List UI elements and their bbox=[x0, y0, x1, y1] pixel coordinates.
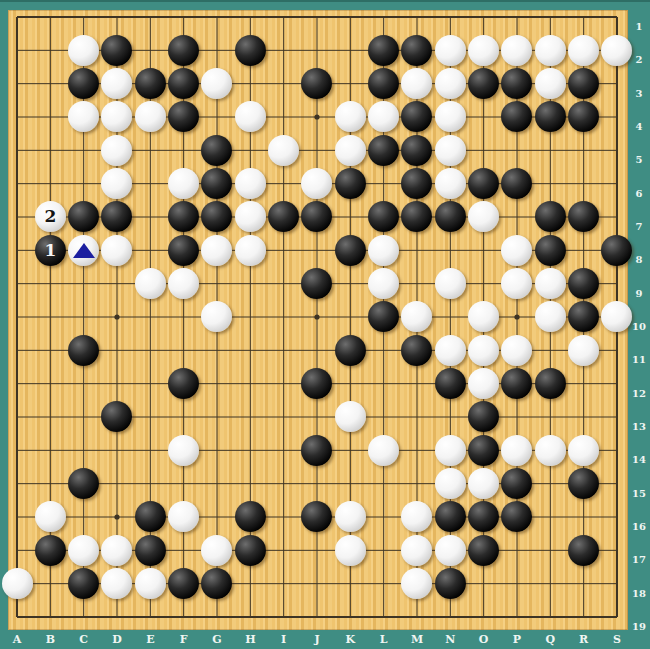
black-stone[interactable] bbox=[68, 68, 99, 99]
black-stone[interactable] bbox=[468, 68, 499, 99]
black-stone[interactable] bbox=[468, 535, 499, 566]
black-stone[interactable] bbox=[201, 168, 232, 199]
column-label: L bbox=[373, 633, 395, 646]
black-stone[interactable] bbox=[568, 268, 599, 299]
white-stone[interactable] bbox=[568, 35, 599, 66]
white-stone[interactable] bbox=[235, 201, 266, 232]
black-stone[interactable] bbox=[435, 568, 466, 599]
white-stone[interactable] bbox=[435, 68, 466, 99]
black-stone[interactable] bbox=[68, 568, 99, 599]
white-stone[interactable]: 2 bbox=[35, 201, 66, 232]
black-stone[interactable] bbox=[135, 68, 166, 99]
white-stone[interactable] bbox=[401, 68, 432, 99]
white-stone[interactable] bbox=[401, 501, 432, 532]
black-stone[interactable] bbox=[535, 101, 566, 132]
white-stone[interactable] bbox=[435, 268, 466, 299]
black-stone[interactable] bbox=[401, 135, 432, 166]
black-stone[interactable] bbox=[435, 368, 466, 399]
white-stone[interactable] bbox=[501, 235, 532, 266]
white-stone[interactable] bbox=[435, 535, 466, 566]
black-stone[interactable] bbox=[301, 201, 332, 232]
black-stone[interactable] bbox=[568, 535, 599, 566]
black-stone[interactable] bbox=[335, 335, 366, 366]
black-stone[interactable] bbox=[368, 201, 399, 232]
white-stone[interactable] bbox=[435, 135, 466, 166]
white-stone[interactable] bbox=[101, 568, 132, 599]
white-stone[interactable] bbox=[335, 535, 366, 566]
white-stone[interactable] bbox=[368, 101, 399, 132]
white-stone[interactable] bbox=[68, 35, 99, 66]
white-stone[interactable] bbox=[435, 35, 466, 66]
column-label: P bbox=[506, 633, 528, 646]
row-label: 2 bbox=[629, 54, 649, 65]
white-stone[interactable] bbox=[335, 501, 366, 532]
black-stone[interactable] bbox=[201, 568, 232, 599]
white-stone[interactable] bbox=[435, 468, 466, 499]
black-stone[interactable] bbox=[68, 201, 99, 232]
black-stone[interactable] bbox=[468, 401, 499, 432]
column-label: O bbox=[473, 633, 495, 646]
black-stone[interactable] bbox=[201, 135, 232, 166]
column-label: E bbox=[139, 633, 161, 646]
black-stone[interactable] bbox=[168, 201, 199, 232]
black-stone[interactable] bbox=[568, 101, 599, 132]
row-label: 16 bbox=[629, 521, 649, 532]
black-stone[interactable] bbox=[168, 235, 199, 266]
go-board[interactable]: 21 bbox=[8, 10, 628, 630]
white-stone[interactable] bbox=[68, 101, 99, 132]
column-label: B bbox=[39, 633, 61, 646]
black-stone[interactable] bbox=[101, 401, 132, 432]
white-stone[interactable] bbox=[535, 301, 566, 332]
white-stone[interactable] bbox=[401, 301, 432, 332]
black-stone[interactable] bbox=[135, 535, 166, 566]
black-stone[interactable] bbox=[568, 68, 599, 99]
column-label: Q bbox=[539, 633, 561, 646]
column-label: F bbox=[173, 633, 195, 646]
black-stone[interactable] bbox=[168, 368, 199, 399]
black-stone[interactable] bbox=[468, 168, 499, 199]
black-stone[interactable] bbox=[368, 135, 399, 166]
black-stone[interactable] bbox=[435, 501, 466, 532]
row-label: 7 bbox=[629, 221, 649, 232]
move-number-label: 1 bbox=[44, 242, 56, 259]
white-stone[interactable] bbox=[435, 101, 466, 132]
black-stone[interactable] bbox=[235, 535, 266, 566]
column-label: C bbox=[73, 633, 95, 646]
black-stone[interactable] bbox=[335, 168, 366, 199]
stones-layer: 21 bbox=[0, 0, 633, 633]
black-stone[interactable] bbox=[501, 68, 532, 99]
white-stone[interactable] bbox=[368, 268, 399, 299]
white-stone[interactable] bbox=[335, 401, 366, 432]
white-stone[interactable] bbox=[2, 568, 33, 599]
triangle-marker-icon bbox=[73, 243, 95, 258]
white-stone[interactable] bbox=[101, 135, 132, 166]
white-stone[interactable] bbox=[335, 101, 366, 132]
white-stone[interactable] bbox=[135, 268, 166, 299]
row-label: 9 bbox=[629, 288, 649, 299]
white-stone[interactable] bbox=[401, 535, 432, 566]
white-stone[interactable] bbox=[468, 35, 499, 66]
white-stone[interactable] bbox=[435, 435, 466, 466]
black-stone[interactable] bbox=[368, 68, 399, 99]
black-stone[interactable] bbox=[535, 235, 566, 266]
black-stone[interactable] bbox=[501, 101, 532, 132]
white-stone[interactable] bbox=[335, 135, 366, 166]
white-stone[interactable] bbox=[101, 235, 132, 266]
white-stone[interactable] bbox=[235, 168, 266, 199]
row-label: 13 bbox=[629, 421, 649, 432]
black-stone[interactable] bbox=[401, 335, 432, 366]
column-label: G bbox=[206, 633, 228, 646]
black-stone[interactable] bbox=[301, 435, 332, 466]
white-stone[interactable] bbox=[101, 168, 132, 199]
black-stone[interactable] bbox=[501, 168, 532, 199]
board-frame: 21 ABCDEFGHIJKLMNOPQRS 12345678910111213… bbox=[0, 0, 650, 649]
black-stone[interactable] bbox=[68, 468, 99, 499]
white-stone[interactable] bbox=[568, 435, 599, 466]
white-stone[interactable] bbox=[68, 535, 99, 566]
white-stone[interactable] bbox=[501, 335, 532, 366]
white-stone[interactable] bbox=[468, 201, 499, 232]
white-stone[interactable] bbox=[168, 168, 199, 199]
row-label: 17 bbox=[629, 554, 649, 565]
white-stone[interactable] bbox=[368, 235, 399, 266]
white-stone[interactable] bbox=[168, 435, 199, 466]
column-label: K bbox=[339, 633, 361, 646]
row-label: 15 bbox=[629, 488, 649, 499]
row-label: 12 bbox=[629, 388, 649, 399]
white-stone[interactable] bbox=[435, 335, 466, 366]
black-stone[interactable] bbox=[401, 101, 432, 132]
black-stone[interactable] bbox=[568, 301, 599, 332]
white-stone[interactable] bbox=[601, 301, 632, 332]
black-stone[interactable] bbox=[135, 501, 166, 532]
black-stone[interactable] bbox=[168, 568, 199, 599]
black-stone[interactable]: 1 bbox=[35, 235, 66, 266]
black-stone[interactable] bbox=[535, 201, 566, 232]
black-stone[interactable] bbox=[501, 501, 532, 532]
white-stone[interactable] bbox=[501, 35, 532, 66]
column-label: R bbox=[573, 633, 595, 646]
black-stone[interactable] bbox=[368, 301, 399, 332]
black-stone[interactable] bbox=[601, 235, 632, 266]
row-label: 10 bbox=[629, 321, 649, 332]
white-stone[interactable] bbox=[101, 68, 132, 99]
black-stone[interactable] bbox=[301, 68, 332, 99]
white-stone[interactable] bbox=[135, 101, 166, 132]
white-stone[interactable] bbox=[535, 268, 566, 299]
row-label: 19 bbox=[629, 621, 649, 632]
black-stone[interactable] bbox=[168, 101, 199, 132]
white-stone[interactable] bbox=[535, 35, 566, 66]
white-stone[interactable] bbox=[168, 268, 199, 299]
white-stone[interactable] bbox=[535, 435, 566, 466]
white-stone[interactable] bbox=[468, 368, 499, 399]
black-stone[interactable] bbox=[468, 501, 499, 532]
column-label: A bbox=[6, 633, 28, 646]
white-stone[interactable] bbox=[601, 35, 632, 66]
row-label: 4 bbox=[629, 121, 649, 132]
white-stone[interactable] bbox=[501, 268, 532, 299]
row-label: 14 bbox=[629, 454, 649, 465]
black-stone[interactable] bbox=[168, 35, 199, 66]
white-stone[interactable] bbox=[201, 68, 232, 99]
black-stone[interactable] bbox=[201, 201, 232, 232]
white-stone[interactable] bbox=[101, 535, 132, 566]
white-stone[interactable] bbox=[535, 68, 566, 99]
black-stone[interactable] bbox=[401, 201, 432, 232]
white-stone[interactable] bbox=[135, 568, 166, 599]
black-stone[interactable] bbox=[301, 268, 332, 299]
black-stone[interactable] bbox=[101, 201, 132, 232]
black-stone[interactable] bbox=[301, 368, 332, 399]
column-label: S bbox=[606, 633, 628, 646]
black-stone[interactable] bbox=[401, 168, 432, 199]
white-stone[interactable] bbox=[301, 168, 332, 199]
white-stone[interactable] bbox=[201, 235, 232, 266]
column-label: D bbox=[106, 633, 128, 646]
black-stone[interactable] bbox=[501, 368, 532, 399]
white-stone[interactable] bbox=[401, 568, 432, 599]
move-number-label: 2 bbox=[44, 208, 56, 225]
column-label: N bbox=[439, 633, 461, 646]
black-stone[interactable] bbox=[235, 501, 266, 532]
black-stone[interactable] bbox=[435, 201, 466, 232]
black-stone[interactable] bbox=[335, 235, 366, 266]
row-label: 8 bbox=[629, 254, 649, 265]
row-label: 3 bbox=[629, 88, 649, 99]
black-stone[interactable] bbox=[501, 468, 532, 499]
row-label: 18 bbox=[629, 588, 649, 599]
row-label: 6 bbox=[629, 188, 649, 199]
column-label: M bbox=[406, 633, 428, 646]
white-stone[interactable] bbox=[368, 435, 399, 466]
white-stone[interactable] bbox=[435, 168, 466, 199]
black-stone[interactable] bbox=[168, 68, 199, 99]
white-stone[interactable] bbox=[201, 301, 232, 332]
white-stone[interactable] bbox=[468, 301, 499, 332]
black-stone[interactable] bbox=[535, 368, 566, 399]
black-stone[interactable] bbox=[101, 35, 132, 66]
white-stone[interactable] bbox=[468, 335, 499, 366]
black-stone[interactable] bbox=[368, 35, 399, 66]
white-stone[interactable] bbox=[235, 235, 266, 266]
row-label: 1 bbox=[629, 21, 649, 32]
white-stone[interactable] bbox=[168, 501, 199, 532]
black-stone[interactable] bbox=[235, 35, 266, 66]
white-stone[interactable] bbox=[35, 501, 66, 532]
black-stone[interactable] bbox=[301, 501, 332, 532]
white-stone[interactable] bbox=[201, 535, 232, 566]
black-stone[interactable] bbox=[568, 468, 599, 499]
black-stone[interactable] bbox=[268, 201, 299, 232]
white-stone[interactable] bbox=[235, 101, 266, 132]
column-label: I bbox=[273, 633, 295, 646]
white-stone[interactable] bbox=[68, 235, 99, 266]
row-label: 5 bbox=[629, 154, 649, 165]
white-stone[interactable] bbox=[501, 435, 532, 466]
white-stone[interactable] bbox=[568, 335, 599, 366]
white-stone[interactable] bbox=[268, 135, 299, 166]
black-stone[interactable] bbox=[468, 435, 499, 466]
black-stone[interactable] bbox=[401, 35, 432, 66]
column-label: H bbox=[239, 633, 261, 646]
black-stone[interactable] bbox=[568, 201, 599, 232]
white-stone[interactable] bbox=[468, 468, 499, 499]
column-label: J bbox=[306, 633, 328, 646]
black-stone[interactable] bbox=[35, 535, 66, 566]
black-stone[interactable] bbox=[68, 335, 99, 366]
row-label: 11 bbox=[629, 354, 649, 365]
white-stone[interactable] bbox=[101, 101, 132, 132]
